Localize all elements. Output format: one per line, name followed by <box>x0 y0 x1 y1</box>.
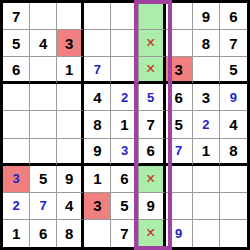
cell-r6c4[interactable]: 9 <box>84 139 111 166</box>
cell-r3c8[interactable] <box>193 57 220 84</box>
cell-r9c4[interactable] <box>84 220 111 247</box>
cell-r3c4[interactable]: 7 <box>84 57 111 84</box>
cell-r1c3[interactable] <box>57 3 84 30</box>
cell-r2c3[interactable]: 3 <box>57 30 84 57</box>
cell-r7c2[interactable]: 5 <box>30 166 57 193</box>
cell-r8c9[interactable] <box>220 193 247 220</box>
cell-r5c9[interactable]: 4 <box>220 111 247 138</box>
cell-r5c5[interactable]: 1 <box>111 111 138 138</box>
cell-r9c2[interactable]: 6 <box>30 220 57 247</box>
cell-r1c7[interactable] <box>166 3 193 30</box>
cell-r3c1[interactable]: 6 <box>3 57 30 84</box>
cell-r7c5[interactable]: 6 <box>111 166 138 193</box>
cell-r4c8[interactable]: 3 <box>193 84 220 111</box>
cell-r4c6[interactable]: 5 <box>139 84 166 111</box>
cell-r7c1[interactable]: 3 <box>3 166 30 193</box>
cell-r7c4[interactable]: 1 <box>84 166 111 193</box>
cell-r9c8[interactable] <box>193 220 220 247</box>
sudoku-app: 796543×87617×3542563981752493671835916×2… <box>0 0 250 250</box>
cell-r7c6[interactable]: × <box>139 166 166 193</box>
cell-r6c2[interactable] <box>30 139 57 166</box>
cell-r1c6[interactable] <box>139 3 166 30</box>
cell-r7c7[interactable] <box>166 166 193 193</box>
cell-r5c7[interactable]: 5 <box>166 111 193 138</box>
cell-r7c3[interactable]: 9 <box>57 166 84 193</box>
cell-r1c8[interactable]: 9 <box>193 3 220 30</box>
cell-r2c9[interactable]: 7 <box>220 30 247 57</box>
cell-r8c2[interactable]: 7 <box>30 193 57 220</box>
cell-r1c1[interactable]: 7 <box>3 3 30 30</box>
cell-r8c7[interactable] <box>166 193 193 220</box>
cell-r1c2[interactable] <box>30 3 57 30</box>
cell-r3c3[interactable]: 1 <box>57 57 84 84</box>
sudoku-board: 796543×87617×3542563981752493671835916×2… <box>0 0 250 250</box>
cell-r1c9[interactable]: 6 <box>220 3 247 30</box>
cell-r8c4[interactable]: 3 <box>84 193 111 220</box>
cell-r6c6[interactable]: 6 <box>139 139 166 166</box>
cell-r3c6[interactable]: × <box>139 57 166 84</box>
cell-r8c1[interactable]: 2 <box>3 193 30 220</box>
cell-r4c2[interactable] <box>30 84 57 111</box>
cell-r7c8[interactable] <box>193 166 220 193</box>
cell-r5c2[interactable] <box>30 111 57 138</box>
cell-r4c3[interactable] <box>57 84 84 111</box>
cell-r9c3[interactable]: 8 <box>57 220 84 247</box>
cell-r2c7[interactable] <box>166 30 193 57</box>
cell-r9c7[interactable]: 9 <box>166 220 193 247</box>
cell-r6c3[interactable] <box>57 139 84 166</box>
cell-r3c2[interactable] <box>30 57 57 84</box>
cell-r5c1[interactable] <box>3 111 30 138</box>
cell-r2c8[interactable]: 8 <box>193 30 220 57</box>
cell-r1c5[interactable] <box>111 3 138 30</box>
cell-r6c9[interactable]: 8 <box>220 139 247 166</box>
cell-r4c9[interactable]: 9 <box>220 84 247 111</box>
cell-r2c2[interactable]: 4 <box>30 30 57 57</box>
cell-r5c6[interactable]: 7 <box>139 111 166 138</box>
cell-r4c5[interactable]: 2 <box>111 84 138 111</box>
cell-r8c8[interactable] <box>193 193 220 220</box>
cell-r2c5[interactable] <box>111 30 138 57</box>
cell-r9c9[interactable] <box>220 220 247 247</box>
cell-r6c1[interactable] <box>3 139 30 166</box>
cell-r4c7[interactable]: 6 <box>166 84 193 111</box>
cell-r2c1[interactable]: 5 <box>3 30 30 57</box>
cell-r5c3[interactable] <box>57 111 84 138</box>
cell-r5c4[interactable]: 8 <box>84 111 111 138</box>
cell-r3c9[interactable]: 5 <box>220 57 247 84</box>
cell-r3c7[interactable]: 3 <box>166 57 193 84</box>
cell-r4c1[interactable] <box>3 84 30 111</box>
cell-r9c1[interactable]: 1 <box>3 220 30 247</box>
cell-r2c6[interactable]: × <box>139 30 166 57</box>
cell-r6c5[interactable]: 3 <box>111 139 138 166</box>
cell-r6c7[interactable]: 7 <box>166 139 193 166</box>
cell-r8c5[interactable]: 5 <box>111 193 138 220</box>
cell-r6c8[interactable]: 1 <box>193 139 220 166</box>
cell-r5c8[interactable]: 2 <box>193 111 220 138</box>
cell-r8c6[interactable]: 9 <box>139 193 166 220</box>
cell-r4c4[interactable]: 4 <box>84 84 111 111</box>
cell-r8c3[interactable]: 4 <box>57 193 84 220</box>
cell-r7c9[interactable] <box>220 166 247 193</box>
cell-r9c6[interactable]: × <box>139 220 166 247</box>
cell-r9c5[interactable]: 7 <box>111 220 138 247</box>
cell-r2c4[interactable] <box>84 30 111 57</box>
cell-r3c5[interactable] <box>111 57 138 84</box>
cell-r1c4[interactable] <box>84 3 111 30</box>
